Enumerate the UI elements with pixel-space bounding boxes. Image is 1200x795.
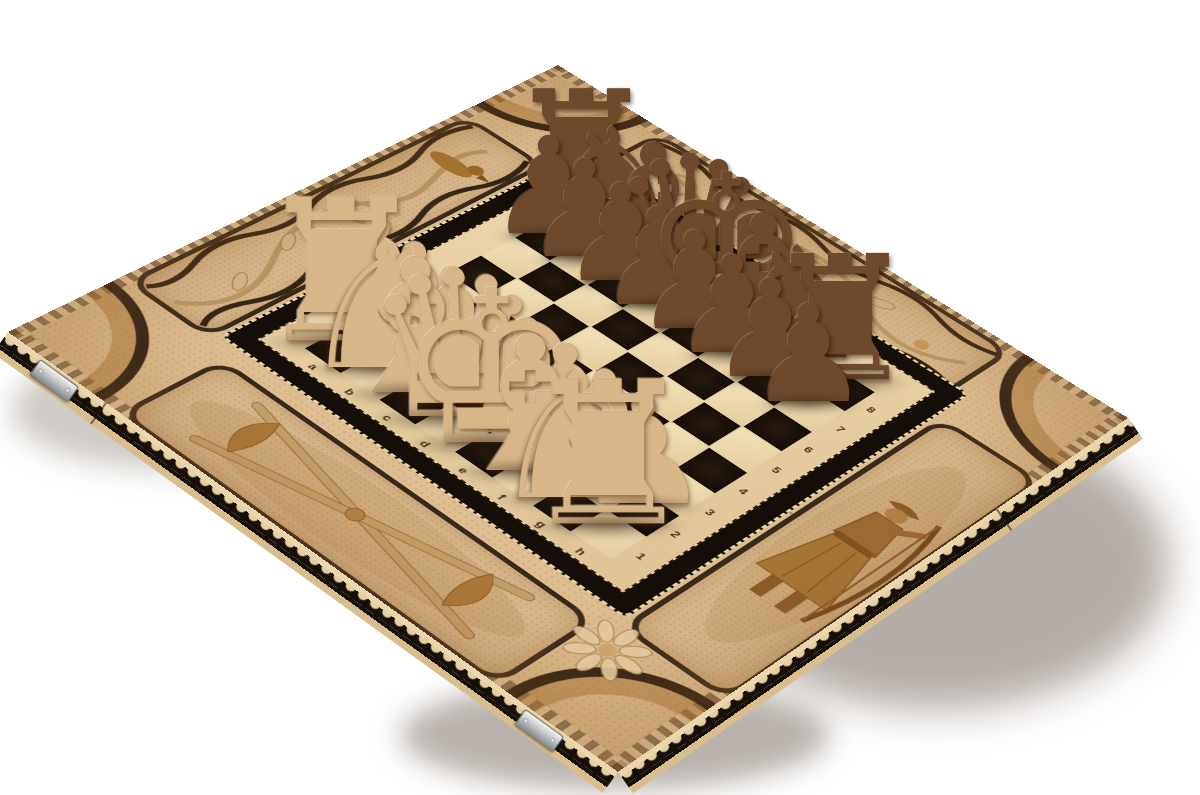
piece-black-pawn-h7[interactable]: ♟ bbox=[735, 301, 883, 409]
white-rook-glyph: ♜ bbox=[500, 376, 718, 534]
piece-shadow bbox=[526, 512, 692, 540]
black-pawn-glyph: ♟ bbox=[735, 301, 883, 409]
carved-chess-set-photo: abcdefgh 87654321 ♜♟♞♟♝♟♛♟♚♟♟♝♜♟♟♞♞♟♟♜♝♟… bbox=[0, 0, 1200, 795]
piece-white-rook-h1[interactable]: ♜ bbox=[500, 376, 718, 534]
piece-shadow bbox=[752, 395, 865, 414]
